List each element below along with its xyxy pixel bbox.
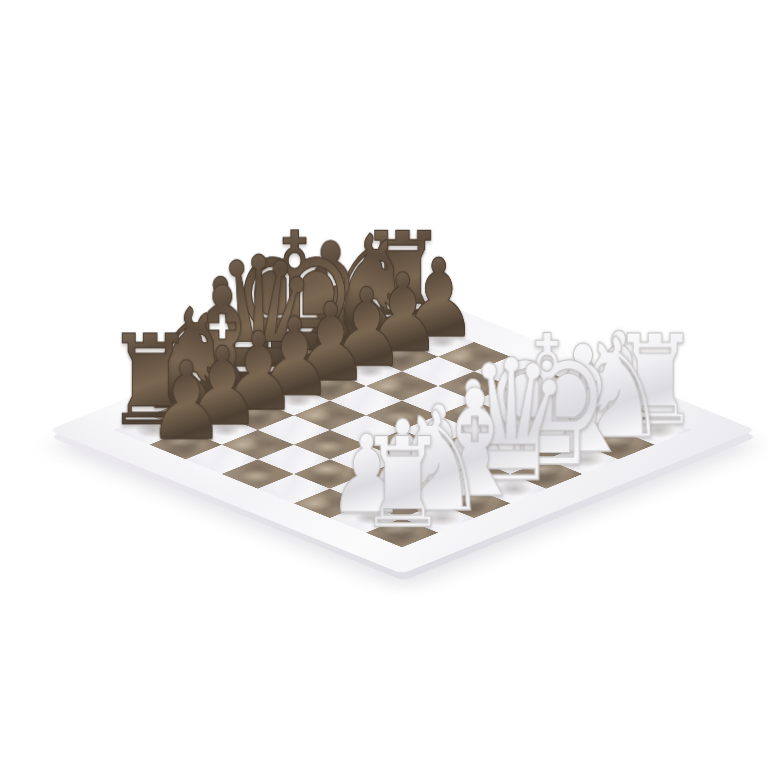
chess-pieces-layer: ♜♞♝♛♚♝♞♜♟♟♟♟♟♟♟♟♟♟♟♟♟♟♟♟♜♞♝♛♚♝♞♜ — [48, 286, 755, 574]
product-photo-scene: ♜♞♝♛♚♝♞♜♟♟♟♟♟♟♟♟♟♟♟♟♟♟♟♟♜♞♝♛♚♝♞♜ — [0, 0, 768, 768]
board-3d-scene: ♜♞♝♛♚♝♞♜♟♟♟♟♟♟♟♟♟♟♟♟♟♟♟♟♜♞♝♛♚♝♞♜ — [0, 0, 768, 768]
piece-white-rook-a1[interactable]: ♜ — [358, 421, 447, 545]
piece-black-pawn-a7[interactable]: ♟ — [147, 347, 224, 455]
